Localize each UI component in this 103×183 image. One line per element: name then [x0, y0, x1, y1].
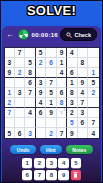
- cell-r8c2[interactable]: [15, 118, 25, 128]
- cell-r4c8[interactable]: 9: [78, 78, 88, 88]
- numpad-key-3[interactable]: 3: [46, 158, 56, 168]
- cell-r8c1[interactable]: [5, 118, 15, 128]
- cell-r9c2[interactable]: 6: [15, 128, 25, 138]
- magnifier-icon: [66, 32, 72, 38]
- cell-r8c6[interactable]: [57, 118, 67, 128]
- delete-key[interactable]: [71, 170, 81, 180]
- cell-r2c6[interactable]: 1: [57, 58, 67, 68]
- cell-r1c8[interactable]: [78, 48, 88, 58]
- cell-r5c5[interactable]: 5: [46, 88, 56, 98]
- cell-r6c7[interactable]: 3: [67, 98, 77, 108]
- cell-r8c5[interactable]: [46, 118, 56, 128]
- cell-r3c2[interactable]: 2: [15, 68, 25, 78]
- cell-r4c3[interactable]: 6: [25, 78, 35, 88]
- cell-r6c8[interactable]: 7: [78, 98, 88, 108]
- cell-r5c6[interactable]: 6: [57, 88, 67, 98]
- check-button-label: Check: [74, 32, 91, 38]
- cell-r7c7[interactable]: 2: [67, 108, 77, 118]
- cell-r4c4[interactable]: 3: [36, 78, 46, 88]
- cell-r3c3[interactable]: 8: [25, 68, 35, 78]
- cell-r4c9[interactable]: 5: [88, 78, 98, 88]
- cell-r4c6[interactable]: [57, 78, 67, 88]
- numpad-key-2[interactable]: 2: [34, 158, 44, 168]
- pencil-note: 5: [61, 112, 63, 115]
- cell-r2c1[interactable]: 3: [5, 58, 15, 68]
- cell-r9c7[interactable]: 9: [67, 128, 77, 138]
- cell-r9c9[interactable]: 4: [88, 128, 98, 138]
- cell-r9c4[interactable]: [36, 128, 46, 138]
- numpad-key-9[interactable]: 9: [58, 170, 68, 180]
- cell-r7c6[interactable]: 35: [57, 108, 67, 118]
- numpad-key-1[interactable]: 1: [22, 158, 32, 168]
- cell-r7c9[interactable]: [88, 108, 98, 118]
- numpad-row-1: 1 2 3 4 5: [22, 158, 81, 168]
- cell-r6c6[interactable]: 8: [57, 98, 67, 108]
- cell-r8c7[interactable]: 5: [67, 118, 77, 128]
- cell-r9c1[interactable]: 5: [5, 128, 15, 138]
- cell-r2c9[interactable]: [88, 58, 98, 68]
- hint-button[interactable]: Hint: [40, 145, 63, 154]
- cell-r5c4[interactable]: 9: [36, 88, 46, 98]
- numpad-key-5[interactable]: 5: [71, 158, 81, 168]
- cell-r5c1[interactable]: 1: [5, 88, 15, 98]
- cell-r1c2[interactable]: 7: [15, 48, 25, 58]
- check-button[interactable]: Check: [60, 28, 97, 41]
- cell-r9c3[interactable]: 3: [25, 128, 35, 138]
- cell-r5c8[interactable]: 4: [78, 88, 88, 98]
- numpad-key-6[interactable]: 6: [22, 170, 32, 180]
- game-panel: ← 00:00:16 Check 75943526189284616371951…: [2, 26, 101, 182]
- cell-r2c7[interactable]: [67, 58, 77, 68]
- cell-r7c4[interactable]: 6: [36, 108, 46, 118]
- cell-r6c3[interactable]: [25, 98, 35, 108]
- cell-r1c4[interactable]: 5: [36, 48, 46, 58]
- cell-r3c8[interactable]: [78, 68, 88, 78]
- cell-r3c4[interactable]: [36, 68, 46, 78]
- cell-r5c3[interactable]: 7: [25, 88, 35, 98]
- cell-r8c8[interactable]: 6: [78, 118, 88, 128]
- cell-r6c9[interactable]: [88, 98, 98, 108]
- undo-button[interactable]: Undo: [10, 145, 36, 154]
- cell-r6c4[interactable]: 4: [36, 98, 46, 108]
- number-pad: 1 2 3 4 5 6 7 8 9: [2, 158, 101, 180]
- sudoku-app: SOLVE! ← 00:00:16 Check 7594352618928461…: [0, 0, 103, 183]
- cell-r4c7[interactable]: 1: [67, 78, 77, 88]
- cell-r1c5[interactable]: [46, 48, 56, 58]
- cell-r5c7[interactable]: 8: [67, 88, 77, 98]
- cell-r3c5[interactable]: [46, 68, 56, 78]
- cell-r6c2[interactable]: [15, 98, 25, 108]
- cell-r6c5[interactable]: 1: [46, 98, 56, 108]
- cell-r8c3[interactable]: [25, 118, 35, 128]
- cell-r1c7[interactable]: 4: [67, 48, 77, 58]
- cell-r6c1[interactable]: 2: [5, 98, 15, 108]
- timer: 00:00:16: [29, 32, 60, 38]
- numpad-row-2: 6 7 8 9: [22, 170, 81, 180]
- numpad-key-8[interactable]: 8: [46, 170, 56, 180]
- cell-r1c1[interactable]: [5, 48, 15, 58]
- header-bar: ← 00:00:16 Check: [2, 26, 101, 43]
- cell-r9c8[interactable]: [78, 128, 88, 138]
- globe-icon[interactable]: [18, 29, 29, 40]
- cell-r2c8[interactable]: 8: [78, 58, 88, 68]
- cell-r7c2[interactable]: [15, 108, 25, 118]
- cell-r8c9[interactable]: 7: [88, 118, 98, 128]
- back-arrow-icon[interactable]: ←: [6, 31, 14, 39]
- cell-r3c1[interactable]: 9: [5, 68, 15, 78]
- action-buttons: Undo Hint Notes: [2, 145, 101, 154]
- cell-r2c3[interactable]: 5: [25, 58, 35, 68]
- cell-r7c3[interactable]: 4: [25, 108, 35, 118]
- cell-r1c6[interactable]: 9: [57, 48, 67, 58]
- cell-r2c2[interactable]: [15, 58, 25, 68]
- cell-r9c5[interactable]: 2: [46, 128, 56, 138]
- cell-r2c4[interactable]: 2: [36, 58, 46, 68]
- cell-r3c7[interactable]: 6: [67, 68, 77, 78]
- numpad-key-4[interactable]: 4: [58, 158, 68, 168]
- pencil-note: 3: [63, 109, 65, 112]
- cell-r7c8[interactable]: 3: [78, 108, 88, 118]
- cell-r3c9[interactable]: 1: [88, 68, 98, 78]
- numpad-key-7[interactable]: 7: [34, 170, 44, 180]
- cell-r3c6[interactable]: 4: [57, 68, 67, 78]
- notes-button[interactable]: Notes: [66, 145, 93, 154]
- cell-r4c2[interactable]: [15, 78, 25, 88]
- cell-r8c4[interactable]: [36, 118, 46, 128]
- cell-r2c5[interactable]: 6: [46, 58, 56, 68]
- cell-r7c5[interactable]: 9: [46, 108, 56, 118]
- cell-r4c5[interactable]: 7: [46, 78, 56, 88]
- cell-r1c9[interactable]: [88, 48, 98, 58]
- cell-r9c6[interactable]: 7: [57, 128, 67, 138]
- trash-icon: [73, 172, 78, 178]
- sudoku-grid: 7594352618928461637195137956842241837746…: [4, 47, 100, 139]
- cell-r1c3[interactable]: [25, 48, 35, 58]
- cell-r5c2[interactable]: 3: [15, 88, 25, 98]
- page-title: SOLVE!: [0, 3, 103, 18]
- cell-r5c9[interactable]: 2: [88, 88, 98, 98]
- cell-r7c1[interactable]: 7: [5, 108, 15, 118]
- cell-r4c1[interactable]: [5, 78, 15, 88]
